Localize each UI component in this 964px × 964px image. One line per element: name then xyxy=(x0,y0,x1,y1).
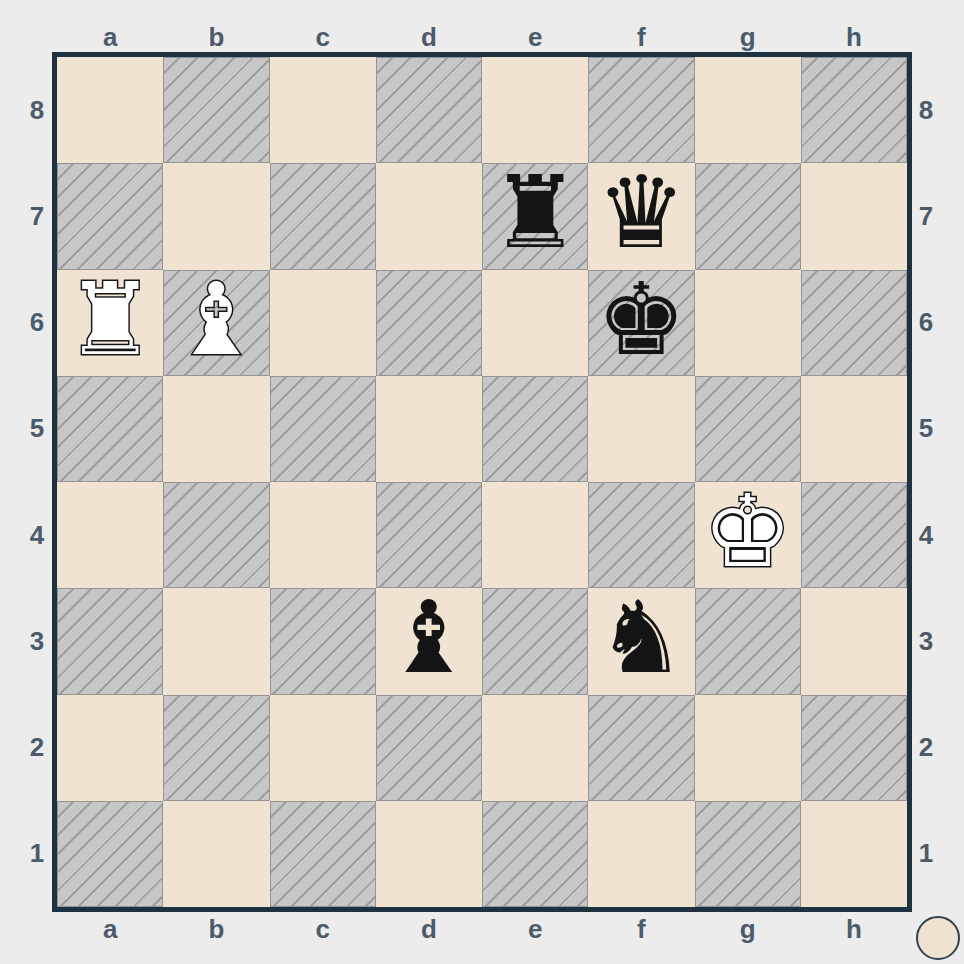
square-h7[interactable] xyxy=(801,163,907,269)
square-d2[interactable] xyxy=(376,695,482,801)
file-label-c: c xyxy=(270,914,376,945)
square-g5[interactable] xyxy=(695,376,801,482)
square-h8[interactable] xyxy=(801,57,907,163)
square-f3[interactable]: ♞ xyxy=(588,588,694,694)
square-g7[interactable] xyxy=(695,163,801,269)
square-d1[interactable] xyxy=(376,801,482,907)
white-to-move-indicator xyxy=(916,916,960,960)
file-label-h: h xyxy=(801,22,907,53)
square-f5[interactable] xyxy=(588,376,694,482)
square-g6[interactable] xyxy=(695,270,801,376)
square-e7[interactable]: ♜ xyxy=(482,163,588,269)
square-h5[interactable] xyxy=(801,376,907,482)
rank-label-2: 2 xyxy=(911,695,941,801)
square-b8[interactable] xyxy=(163,57,269,163)
square-c8[interactable] xyxy=(270,57,376,163)
rank-label-4: 4 xyxy=(911,482,941,588)
square-h3[interactable] xyxy=(801,588,907,694)
rank-label-5: 5 xyxy=(911,376,941,482)
square-c3[interactable] xyxy=(270,588,376,694)
rank-label-7: 7 xyxy=(22,163,52,269)
black-rook[interactable]: ♜ xyxy=(490,163,580,263)
rank-label-5: 5 xyxy=(22,376,52,482)
rank-label-1: 1 xyxy=(22,801,52,907)
square-d4[interactable] xyxy=(376,482,482,588)
rank-labels-left: 87654321 xyxy=(22,57,52,907)
chess-board: ♜♛♜♝♚♚♝♞ xyxy=(52,52,912,912)
file-label-b: b xyxy=(163,22,269,53)
file-label-e: e xyxy=(482,22,588,53)
white-rook[interactable]: ♜ xyxy=(65,270,155,370)
rank-label-1: 1 xyxy=(911,801,941,907)
square-f2[interactable] xyxy=(588,695,694,801)
square-a2[interactable] xyxy=(57,695,163,801)
square-a8[interactable] xyxy=(57,57,163,163)
rank-label-3: 3 xyxy=(22,588,52,694)
square-c5[interactable] xyxy=(270,376,376,482)
square-c6[interactable] xyxy=(270,270,376,376)
square-g2[interactable] xyxy=(695,695,801,801)
square-a6[interactable]: ♜ xyxy=(57,270,163,376)
square-h6[interactable] xyxy=(801,270,907,376)
rank-labels-right: 87654321 xyxy=(911,57,941,907)
square-e2[interactable] xyxy=(482,695,588,801)
file-label-g: g xyxy=(695,22,801,53)
file-label-a: a xyxy=(57,914,163,945)
square-f8[interactable] xyxy=(588,57,694,163)
square-e1[interactable] xyxy=(482,801,588,907)
square-g1[interactable] xyxy=(695,801,801,907)
file-label-g: g xyxy=(695,914,801,945)
square-f4[interactable] xyxy=(588,482,694,588)
square-c1[interactable] xyxy=(270,801,376,907)
black-knight[interactable]: ♞ xyxy=(597,588,687,688)
file-label-f: f xyxy=(588,22,694,53)
black-king[interactable]: ♚ xyxy=(597,270,687,370)
file-label-d: d xyxy=(376,914,482,945)
black-queen[interactable]: ♛ xyxy=(597,163,687,263)
file-label-e: e xyxy=(482,914,588,945)
square-b4[interactable] xyxy=(163,482,269,588)
square-b3[interactable] xyxy=(163,588,269,694)
file-label-f: f xyxy=(588,914,694,945)
square-a7[interactable] xyxy=(57,163,163,269)
square-g3[interactable] xyxy=(695,588,801,694)
square-d6[interactable] xyxy=(376,270,482,376)
square-c4[interactable] xyxy=(270,482,376,588)
file-label-b: b xyxy=(163,914,269,945)
square-g4[interactable]: ♚ xyxy=(695,482,801,588)
square-h2[interactable] xyxy=(801,695,907,801)
rank-label-7: 7 xyxy=(911,163,941,269)
square-e8[interactable] xyxy=(482,57,588,163)
rank-label-4: 4 xyxy=(22,482,52,588)
square-h4[interactable] xyxy=(801,482,907,588)
square-b1[interactable] xyxy=(163,801,269,907)
square-f7[interactable]: ♛ xyxy=(588,163,694,269)
square-e6[interactable] xyxy=(482,270,588,376)
square-a5[interactable] xyxy=(57,376,163,482)
page: abcdefgh abcdefgh 87654321 87654321 ♜♛♜♝… xyxy=(0,0,964,964)
square-f6[interactable]: ♚ xyxy=(588,270,694,376)
square-b2[interactable] xyxy=(163,695,269,801)
square-d5[interactable] xyxy=(376,376,482,482)
square-b7[interactable] xyxy=(163,163,269,269)
file-labels-top: abcdefgh xyxy=(57,22,907,52)
square-e5[interactable] xyxy=(482,376,588,482)
file-label-a: a xyxy=(57,22,163,53)
square-d3[interactable]: ♝ xyxy=(376,588,482,694)
square-c7[interactable] xyxy=(270,163,376,269)
file-label-c: c xyxy=(270,22,376,53)
square-h1[interactable] xyxy=(801,801,907,907)
white-bishop[interactable]: ♝ xyxy=(172,270,262,370)
square-b5[interactable] xyxy=(163,376,269,482)
black-bishop[interactable]: ♝ xyxy=(384,588,474,688)
white-king[interactable]: ♚ xyxy=(703,482,793,582)
square-d8[interactable] xyxy=(376,57,482,163)
rank-label-8: 8 xyxy=(22,57,52,163)
square-c2[interactable] xyxy=(270,695,376,801)
rank-label-8: 8 xyxy=(911,57,941,163)
square-a3[interactable] xyxy=(57,588,163,694)
square-a1[interactable] xyxy=(57,801,163,907)
square-a4[interactable] xyxy=(57,482,163,588)
file-labels-bottom: abcdefgh xyxy=(57,914,907,944)
file-label-h: h xyxy=(801,914,907,945)
file-label-d: d xyxy=(376,22,482,53)
rank-label-6: 6 xyxy=(911,270,941,376)
square-e3[interactable] xyxy=(482,588,588,694)
square-g8[interactable] xyxy=(695,57,801,163)
rank-label-3: 3 xyxy=(911,588,941,694)
square-e4[interactable] xyxy=(482,482,588,588)
square-f1[interactable] xyxy=(588,801,694,907)
rank-label-2: 2 xyxy=(22,695,52,801)
square-b6[interactable]: ♝ xyxy=(163,270,269,376)
rank-label-6: 6 xyxy=(22,270,52,376)
square-d7[interactable] xyxy=(376,163,482,269)
